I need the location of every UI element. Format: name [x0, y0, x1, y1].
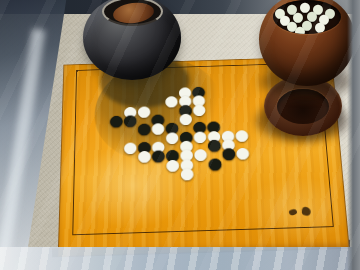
white-stone: ●	[151, 139, 165, 155]
black-stone: ●	[109, 113, 123, 128]
white-stone: ●	[151, 121, 165, 136]
white-stone: ●	[207, 128, 222, 143]
white-stone: ●	[123, 140, 137, 156]
white-stone: ●	[179, 147, 194, 163]
bowl-white-stone: ●	[294, 24, 305, 35]
black-stone: ●	[208, 155, 223, 171]
black-stone: ●	[123, 113, 137, 128]
inscription-mark	[287, 206, 318, 222]
white-stone: ●	[179, 156, 194, 172]
white-stone: ●	[193, 128, 208, 143]
white-stone: ●	[221, 137, 236, 152]
white-stone: ●	[192, 93, 206, 108]
white-stone: ●	[221, 128, 236, 143]
black-stone: ●	[178, 102, 192, 117]
case-glass-bottom	[0, 247, 360, 270]
black-stone: ●	[165, 120, 179, 135]
white-stone: ●	[165, 129, 179, 144]
white-stone: ●	[164, 94, 178, 109]
black-stone: ●	[165, 148, 180, 164]
display-case-scene: ●●●●●●●●●●●●●●●●●●●●●●●●●●●●●●●●●●●●●●●●…	[0, 0, 360, 270]
black-stone: ●	[179, 129, 193, 144]
black-stone: ●	[137, 139, 151, 155]
black-stone: ●	[221, 146, 236, 162]
white-stone: ●	[137, 103, 151, 118]
white-stone: ●	[123, 104, 137, 119]
black-stone: ●	[192, 84, 206, 99]
case-frame-right	[347, 0, 360, 270]
black-bowl-rim	[102, 0, 163, 26]
white-bowl-opening: ●●●●●●●●●●●●●	[273, 0, 341, 34]
white-stone: ●	[178, 111, 192, 126]
white-stone: ●	[234, 127, 249, 142]
white-stone: ●	[178, 85, 192, 100]
black-stone: ●	[151, 148, 165, 164]
white-stone: ●	[165, 157, 180, 173]
bowl-white-stone: ●	[314, 20, 325, 33]
black-stone: ●	[206, 119, 221, 134]
white-stone: ●	[192, 102, 206, 117]
white-stone: ●	[178, 93, 192, 108]
white-stone: ●	[137, 148, 151, 164]
white-stone: ●	[180, 166, 195, 182]
black-bowl-lid-knob	[112, 1, 155, 26]
white-stone: ●	[193, 147, 208, 163]
black-stone: ●	[193, 120, 208, 135]
black-stone: ●	[137, 121, 151, 136]
white-stone: ●	[179, 138, 194, 154]
white-stone: ●	[235, 145, 250, 161]
black-stone: ●	[151, 112, 165, 127]
black-stone: ●	[207, 137, 222, 152]
